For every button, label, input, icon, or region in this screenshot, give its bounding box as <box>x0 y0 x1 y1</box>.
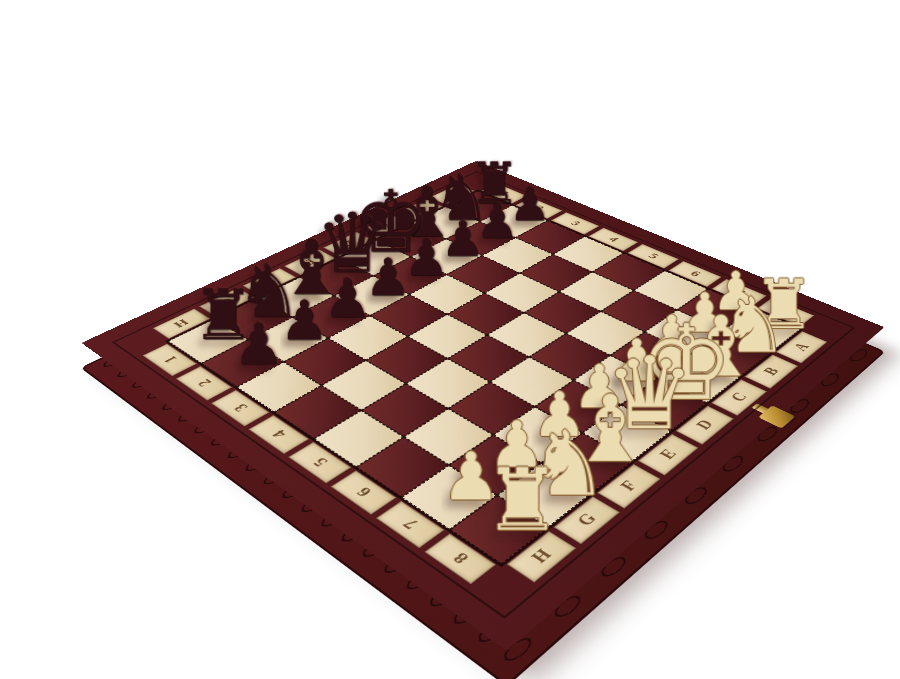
label-text: 1 <box>160 354 180 365</box>
label-text: B <box>761 365 783 377</box>
label-text: F <box>617 478 641 493</box>
label-text: E <box>656 447 680 462</box>
black-pawn-piece[interactable]: ♟ <box>365 252 411 304</box>
label-text: 5 <box>645 252 660 260</box>
label-text: D <box>693 418 717 432</box>
label-text: 8 <box>448 550 471 567</box>
label-text: H <box>528 546 556 566</box>
label-text: 3 <box>230 402 251 414</box>
chess-set-product-photo: HGFEDCBA HGFEDCBA 12345678 12345678 ♜♞♝♛… <box>0 0 900 679</box>
label-text: 7 <box>399 516 422 532</box>
label-text: A <box>791 341 813 353</box>
label-text: H <box>171 318 192 330</box>
label-text: 2 <box>194 377 214 388</box>
label-text: 3 <box>568 220 583 227</box>
black-pawn-piece[interactable]: ♟ <box>280 294 329 349</box>
white-rook-piece[interactable]: ♜ <box>484 457 561 543</box>
label-text: 4 <box>268 428 289 441</box>
label-text: 5 <box>309 455 331 469</box>
square-d4[interactable] <box>447 293 524 335</box>
label-text: 6 <box>687 269 702 278</box>
label-text: G <box>574 511 601 529</box>
label-text: 4 <box>606 235 621 243</box>
black-pawn-piece[interactable]: ♟ <box>233 316 284 373</box>
black-pawn-piece[interactable]: ♟ <box>323 272 371 325</box>
label-text: 6 <box>352 485 374 500</box>
